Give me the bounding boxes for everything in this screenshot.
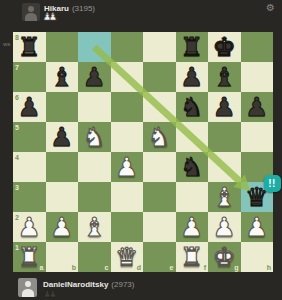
black-knight-f4[interactable]: ♞ [176, 152, 209, 182]
square-f2[interactable]: ♟ [176, 212, 209, 242]
square-c5[interactable]: ♞ [78, 122, 111, 152]
square-b8[interactable] [46, 32, 79, 62]
white-pawn-h2[interactable]: ♟ [241, 212, 274, 242]
player-top-bar: Hikaru(3195) ♟♟ ⚙ [0, 0, 282, 32]
square-b4[interactable] [46, 152, 79, 182]
square-g4[interactable] [208, 152, 241, 182]
square-g2[interactable]: ♟ [208, 212, 241, 242]
white-bishop-c2[interactable]: ♝ [78, 212, 111, 242]
rating: (2973) [111, 280, 134, 289]
avatar-icon [25, 281, 31, 287]
rank-label-7: 7 [15, 64, 19, 71]
black-pawn-b5[interactable]: ♟ [46, 122, 79, 152]
white-rook-f1[interactable]: ♜ [176, 242, 209, 272]
square-g5[interactable] [208, 122, 241, 152]
square-c1[interactable]: c [78, 242, 111, 272]
square-a4[interactable]: 4 [13, 152, 46, 182]
square-g1[interactable]: g♚ [208, 242, 241, 272]
black-bishop-g7[interactable]: ♝ [208, 62, 241, 92]
square-e5[interactable]: ♞ [143, 122, 176, 152]
square-e8[interactable] [143, 32, 176, 62]
chess-board[interactable]: 8♜♜♚7♝♟♟♝6♟♞♟♟5♟♞♞4♟♞3♝♛2♟♟♝♟♟♟1a♜bcd♛ef… [13, 32, 273, 272]
file-label-b: b [72, 264, 76, 271]
square-g7[interactable]: ♝ [208, 62, 241, 92]
avatar-icon [22, 289, 34, 298]
square-d3[interactable] [111, 182, 144, 212]
black-pawn-h6[interactable]: ♟ [241, 92, 274, 122]
square-a8[interactable]: 8♜ [13, 32, 46, 62]
avatar-top-player[interactable] [22, 3, 40, 21]
square-d1[interactable]: d♛ [111, 242, 144, 272]
square-h6[interactable]: ♟ [241, 92, 274, 122]
square-a6[interactable]: 6♟ [13, 92, 46, 122]
square-g8[interactable]: ♚ [208, 32, 241, 62]
rank-label-5: 5 [15, 124, 19, 131]
square-b5[interactable]: ♟ [46, 122, 79, 152]
file-label-e: e [170, 264, 174, 271]
square-f6[interactable]: ♞ [176, 92, 209, 122]
square-a7[interactable]: 7 [13, 62, 46, 92]
square-b3[interactable] [46, 182, 79, 212]
square-a3[interactable]: 3 [13, 182, 46, 212]
square-f5[interactable] [176, 122, 209, 152]
avatar-bottom-player[interactable] [18, 278, 37, 297]
square-f3[interactable] [176, 182, 209, 212]
captured-pieces-bottom: ♟♟ [43, 289, 54, 299]
black-pawn-c7[interactable]: ♟ [78, 62, 111, 92]
avatar-icon [28, 6, 34, 12]
white-rook-a1[interactable]: ♜ [13, 242, 46, 272]
player-bottom-bar: DanielNaroditsky(2973) ♟♟ [0, 272, 282, 300]
square-d8[interactable] [111, 32, 144, 62]
captured-pieces-top: ♟♟ [43, 12, 54, 22]
square-a1[interactable]: 1a♜ [13, 242, 46, 272]
square-b7[interactable]: ♝ [46, 62, 79, 92]
square-e7[interactable] [143, 62, 176, 92]
square-b2[interactable]: ♟ [46, 212, 79, 242]
square-f4[interactable]: ♞ [176, 152, 209, 182]
white-pawn-f2[interactable]: ♟ [176, 212, 209, 242]
square-c7[interactable]: ♟ [78, 62, 111, 92]
square-e4[interactable] [143, 152, 176, 182]
square-b6[interactable] [46, 92, 79, 122]
square-c6[interactable] [78, 92, 111, 122]
white-king-g1[interactable]: ♚ [208, 242, 241, 272]
square-a5[interactable]: 5 [13, 122, 46, 152]
square-d2[interactable] [111, 212, 144, 242]
black-bishop-b7[interactable]: ♝ [46, 62, 79, 92]
square-e2[interactable] [143, 212, 176, 242]
square-d5[interactable] [111, 122, 144, 152]
square-h2[interactable]: ♟ [241, 212, 274, 242]
black-pawn-a6[interactable]: ♟ [13, 92, 46, 122]
rating: (3195) [72, 4, 95, 13]
square-f7[interactable]: ♟ [176, 62, 209, 92]
chess-app: Hikaru(3195) ♟♟ ⚙ ws 8♜♜♚7♝♟♟♝6♟♞♟♟5♟♞♞4… [0, 0, 282, 300]
black-king-g8[interactable]: ♚ [208, 32, 241, 62]
black-rook-a8[interactable]: ♜ [13, 32, 46, 62]
white-pawn-d4[interactable]: ♟ [111, 152, 144, 182]
square-e6[interactable] [143, 92, 176, 122]
black-pawn-f7[interactable]: ♟ [176, 62, 209, 92]
side-strip-text: ws [3, 41, 10, 47]
square-h5[interactable] [241, 122, 274, 152]
square-d7[interactable] [111, 62, 144, 92]
square-h1[interactable]: h [241, 242, 274, 272]
square-g3[interactable]: ♝ [208, 182, 241, 212]
bottom-player-name[interactable]: DanielNaroditsky(2973) [43, 280, 134, 289]
settings-gear-icon[interactable]: ⚙ [266, 2, 275, 13]
white-bishop-g3[interactable]: ♝ [208, 182, 241, 212]
square-b1[interactable]: b [46, 242, 79, 272]
rank-label-3: 3 [15, 184, 19, 191]
white-pawn-g2[interactable]: ♟ [208, 212, 241, 242]
square-f1[interactable]: f♜ [176, 242, 209, 272]
black-rook-f8[interactable]: ♜ [176, 32, 209, 62]
square-g6[interactable]: ♟ [208, 92, 241, 122]
square-h8[interactable] [241, 32, 274, 62]
rank-label-4: 4 [15, 154, 19, 161]
file-label-c: c [105, 264, 109, 271]
black-pawn-g6[interactable]: ♟ [208, 92, 241, 122]
square-d4[interactable]: ♟ [111, 152, 144, 182]
white-knight-e5[interactable]: ♞ [143, 122, 176, 152]
square-e3[interactable] [143, 182, 176, 212]
white-pawn-a2[interactable]: ♟ [13, 212, 46, 242]
square-c2[interactable]: ♝ [78, 212, 111, 242]
square-f8[interactable]: ♜ [176, 32, 209, 62]
square-c8[interactable] [78, 32, 111, 62]
square-e1[interactable]: e [143, 242, 176, 272]
square-h7[interactable] [241, 62, 274, 92]
square-c3[interactable] [78, 182, 111, 212]
square-c4[interactable] [78, 152, 111, 182]
board-area: 8♜♜♚7♝♟♟♝6♟♞♟♟5♟♞♞4♟♞3♝♛2♟♟♝♟♟♟1a♜bcd♛ef… [13, 32, 273, 272]
brilliant-move-badge: !! [264, 175, 281, 192]
white-knight-c5[interactable]: ♞ [78, 122, 111, 152]
white-pawn-b2[interactable]: ♟ [46, 212, 79, 242]
file-label-h: h [267, 264, 271, 271]
black-knight-f6[interactable]: ♞ [176, 92, 209, 122]
square-d6[interactable] [111, 92, 144, 122]
avatar-icon [25, 13, 37, 21]
white-queen-d1[interactable]: ♛ [111, 242, 144, 272]
square-a2[interactable]: 2♟ [13, 212, 46, 242]
